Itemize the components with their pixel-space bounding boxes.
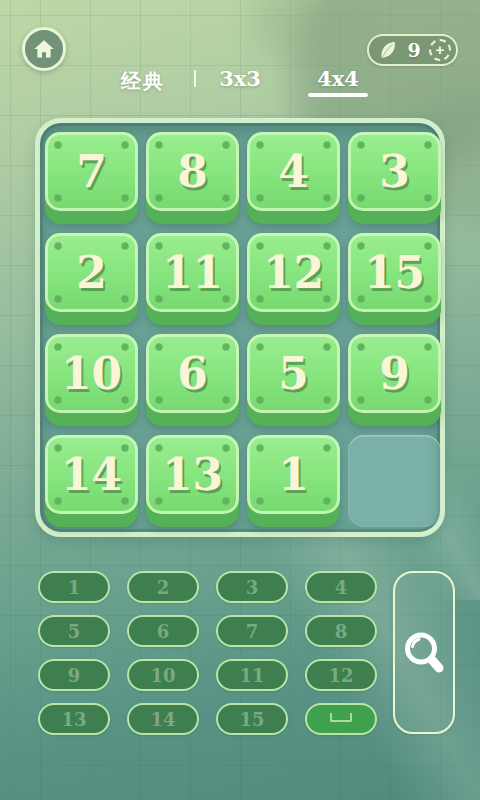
ref-cell-5: 5	[38, 615, 110, 647]
tile-number: 11	[162, 251, 223, 295]
tile-number: 4	[278, 150, 309, 194]
tile-number: 8	[177, 150, 208, 194]
ref-cell-8: 8	[305, 615, 377, 647]
tile-3[interactable]: 3	[348, 132, 441, 224]
ref-cell-10: 10	[127, 659, 199, 691]
home-button[interactable]	[22, 27, 66, 71]
blank-space-icon	[330, 713, 352, 722]
tile-14[interactable]: 14	[45, 435, 138, 527]
tab-3x3[interactable]: 3x3	[197, 66, 283, 91]
tile-number: 12	[263, 251, 324, 295]
magnifier-button[interactable]	[393, 571, 455, 734]
tab-divider	[194, 70, 196, 87]
tile-7[interactable]: 7	[45, 132, 138, 224]
ref-cell-1: 1	[38, 571, 110, 603]
background-foliage-shadow	[250, 0, 370, 65]
active-tab-underline	[308, 93, 368, 97]
tile-number: 3	[379, 150, 410, 194]
tile-13[interactable]: 13	[146, 435, 239, 527]
ref-cell-3: 3	[216, 571, 288, 603]
tile-number: 9	[379, 352, 410, 396]
tile-6[interactable]: 6	[146, 334, 239, 426]
add-currency-button[interactable]: +	[429, 39, 451, 61]
fifteen-puzzle-screen: 9 + 经典 3x3 4x4 7 8 4 3 2 11 12 15 10 6 5…	[0, 0, 480, 800]
tile-number: 7	[76, 150, 107, 194]
currency-counter: 9 +	[367, 34, 458, 66]
tile-number: 15	[364, 251, 425, 295]
home-icon	[32, 37, 56, 61]
ref-cell-14: 14	[127, 703, 199, 735]
puzzle-board: 7 8 4 3 2 11 12 15 10 6 5 9 14 13 1	[35, 118, 445, 537]
tile-12[interactable]: 12	[247, 233, 340, 325]
ref-cell-2: 2	[127, 571, 199, 603]
tile-number: 6	[177, 352, 208, 396]
tile-9[interactable]: 9	[348, 334, 441, 426]
magnifier-icon	[398, 627, 450, 679]
leaf-icon	[376, 38, 401, 63]
tile-grid: 7 8 4 3 2 11 12 15 10 6 5 9 14 13 1	[45, 132, 441, 527]
tile-5[interactable]: 5	[247, 334, 340, 426]
tile-number: 14	[61, 453, 122, 497]
tile-number: 13	[162, 453, 223, 497]
tab-4x4[interactable]: 4x4	[295, 66, 381, 91]
tile-8[interactable]: 8	[146, 132, 239, 224]
ref-cell-7: 7	[216, 615, 288, 647]
tile-number: 2	[76, 251, 107, 295]
tile-10[interactable]: 10	[45, 334, 138, 426]
empty-slot	[348, 435, 441, 527]
tile-2[interactable]: 2	[45, 233, 138, 325]
ref-cell-15: 15	[216, 703, 288, 735]
ref-cell-13: 13	[38, 703, 110, 735]
tile-number: 1	[278, 453, 309, 497]
ref-cell-4: 4	[305, 571, 377, 603]
tile-1[interactable]: 1	[247, 435, 340, 527]
tile-number: 10	[61, 352, 122, 396]
tile-15[interactable]: 15	[348, 233, 441, 325]
goal-reference-grid: 1 2 3 4 5 6 7 8 9 10 11 12 13 14 15	[38, 571, 377, 735]
tile-11[interactable]: 11	[146, 233, 239, 325]
tile-4[interactable]: 4	[247, 132, 340, 224]
ref-cell-12: 12	[305, 659, 377, 691]
ref-cell-9: 9	[38, 659, 110, 691]
ref-cell-6: 6	[127, 615, 199, 647]
tab-classic[interactable]: 经典	[100, 68, 186, 95]
ref-cell-11: 11	[216, 659, 288, 691]
currency-amount: 9	[406, 39, 422, 61]
ref-cell-blank	[305, 703, 377, 735]
tile-number: 5	[278, 352, 309, 396]
